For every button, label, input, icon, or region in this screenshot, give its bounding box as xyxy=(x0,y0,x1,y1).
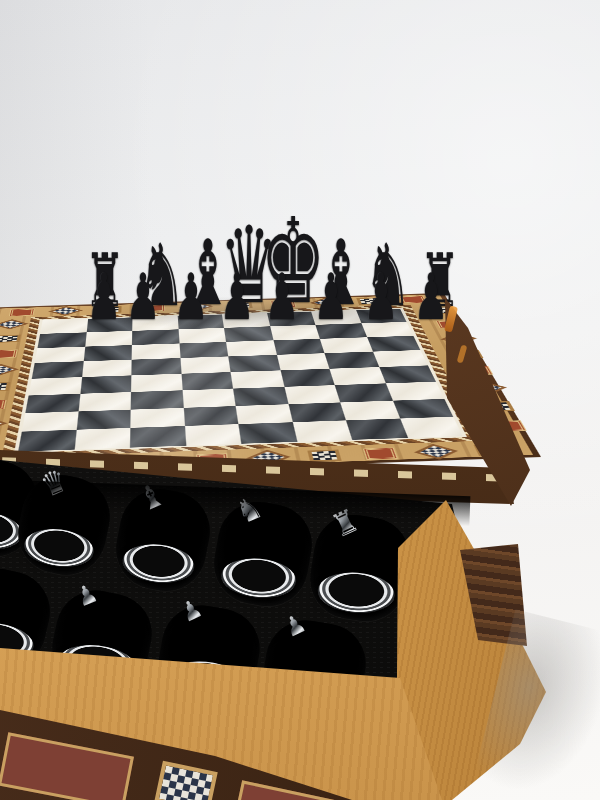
square-d4 xyxy=(181,372,233,390)
square-f5 xyxy=(276,353,329,370)
square-c6 xyxy=(132,343,180,359)
square-a4 xyxy=(29,377,82,395)
silver-bishop-base xyxy=(121,541,197,586)
mosaic-motif xyxy=(414,444,458,460)
square-h1 xyxy=(400,417,463,438)
square-d3 xyxy=(182,388,236,407)
square-b3 xyxy=(78,392,131,411)
square-h5 xyxy=(372,350,427,367)
square-a1 xyxy=(18,430,76,452)
mosaic-front-checker-star xyxy=(154,761,218,800)
mosaic-motif xyxy=(0,382,11,392)
pieces-shadow xyxy=(78,296,458,330)
square-e1 xyxy=(238,422,296,443)
square-f4 xyxy=(280,369,335,387)
square-e4 xyxy=(231,370,284,388)
square-g5 xyxy=(324,352,378,369)
silver-pawn-icon: ♟ xyxy=(177,594,206,626)
square-e3 xyxy=(233,387,288,406)
square-h2 xyxy=(392,399,453,419)
silver-pawn-icon: ♟ xyxy=(0,557,3,588)
square-c2 xyxy=(130,408,184,428)
square-e5 xyxy=(228,355,280,372)
square-a6 xyxy=(35,346,85,363)
mosaic-motif xyxy=(307,449,341,461)
square-b4 xyxy=(80,375,131,393)
square-e6 xyxy=(226,340,276,356)
square-d1 xyxy=(184,424,241,445)
square-b1 xyxy=(74,428,130,450)
square-g6 xyxy=(320,337,373,353)
square-f1 xyxy=(292,420,352,441)
square-a5 xyxy=(32,361,83,378)
square-c3 xyxy=(131,390,184,409)
square-f2 xyxy=(288,402,346,422)
mosaic-motif xyxy=(0,319,29,329)
square-b2 xyxy=(76,409,131,429)
mosaic-front-red-panel xyxy=(0,732,134,800)
silver-queen-base xyxy=(22,525,96,571)
square-f6 xyxy=(273,339,325,355)
square-e2 xyxy=(236,404,293,424)
square-g2 xyxy=(340,400,399,420)
silver-pawn-icon: ♟ xyxy=(72,579,100,611)
square-a2 xyxy=(22,411,78,431)
square-h3 xyxy=(385,382,444,401)
board-squares xyxy=(18,309,463,452)
mosaic-motif xyxy=(0,364,19,376)
square-c4 xyxy=(131,374,182,392)
square-b6 xyxy=(83,345,132,361)
mosaic-motif xyxy=(9,309,35,317)
square-g1 xyxy=(346,419,407,440)
square-g4 xyxy=(329,367,385,385)
mosaic-motif xyxy=(0,335,21,343)
square-g3 xyxy=(335,383,393,402)
square-h6 xyxy=(367,336,421,352)
square-c1 xyxy=(130,426,186,448)
square-c5 xyxy=(131,358,181,375)
mosaic-motif xyxy=(363,448,398,460)
silver-knight-base xyxy=(220,556,298,601)
silver-pawn-icon: ♟ xyxy=(280,609,309,641)
square-a3 xyxy=(25,394,80,413)
square-b5 xyxy=(82,360,132,377)
square-f3 xyxy=(284,385,340,404)
mosaic-motif xyxy=(0,349,18,358)
square-d6 xyxy=(179,342,228,358)
silver-rook-base xyxy=(316,570,395,615)
square-d2 xyxy=(183,406,238,426)
mosaic-motif xyxy=(0,400,7,410)
square-d5 xyxy=(180,357,231,374)
chess-set-photo: ♜♞♝♛♚♝♞♜♟♟♟♟♟♟♟♟ ♛♝♞♜♟♟♟♟ xyxy=(0,0,600,800)
square-h4 xyxy=(379,365,436,383)
